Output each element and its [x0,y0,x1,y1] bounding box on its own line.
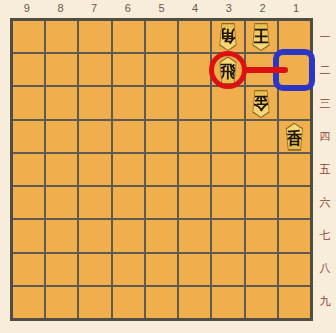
rank-label-3: 三 [316,87,334,120]
board-cell-8-5[interactable] [46,154,77,185]
board-cell-8-2[interactable] [46,54,77,85]
board-cell-3-3[interactable] [212,87,243,118]
rank-label-1: 一 [316,21,334,54]
board-cell-8-3[interactable] [46,87,77,118]
board-cell-4-8[interactable] [179,254,210,285]
board-cell-2-8[interactable] [246,254,277,285]
board-cell-7-8[interactable] [79,254,110,285]
board-cell-8-4[interactable] [46,121,77,152]
board-cell-9-3[interactable] [13,87,44,118]
piece-kanji: 香 [286,130,303,147]
board-cell-7-3[interactable] [79,87,110,118]
board-cell-9-5[interactable] [13,154,44,185]
rank-label-8: 八 [316,252,334,285]
board-cell-7-6[interactable] [79,187,110,218]
board-cell-5-8[interactable] [146,254,177,285]
board-cell-5-3[interactable] [146,87,177,118]
board-cell-3-4[interactable] [212,121,243,152]
board-cell-2-5[interactable] [246,154,277,185]
board-cell-1-3[interactable] [279,87,310,118]
board-cell-9-6[interactable] [13,187,44,218]
file-label-9: 9 [10,1,44,16]
board-cell-2-6[interactable] [246,187,277,218]
board-cell-7-4[interactable] [79,121,110,152]
board-cell-7-2[interactable] [79,54,110,85]
board-cell-9-9[interactable] [13,287,44,318]
board-cell-5-1[interactable] [146,21,177,52]
board-cell-4-2[interactable] [179,54,210,85]
board-cell-3-5[interactable] [212,154,243,185]
board-cell-4-4[interactable] [179,121,210,152]
board-cell-6-6[interactable] [113,187,144,218]
file-labels: 987654321 [10,1,313,16]
board-cell-2-9[interactable] [246,287,277,318]
board-cell-5-9[interactable] [146,287,177,318]
board-cell-5-5[interactable] [146,154,177,185]
rank-label-5: 五 [316,153,334,186]
board-cell-1-6[interactable] [279,187,310,218]
board-cell-5-2[interactable] [146,54,177,85]
board-cell-2-7[interactable] [246,220,277,251]
board-cell-8-9[interactable] [46,287,77,318]
board-cell-3-6[interactable] [212,187,243,218]
file-label-3: 3 [212,1,246,16]
board-cell-7-1[interactable] [79,21,110,52]
board-cell-4-5[interactable] [179,154,210,185]
rank-label-6: 六 [316,186,334,219]
board-cell-4-1[interactable] [179,21,210,52]
piece-kanji: 金 [253,94,270,111]
board-cell-1-1[interactable] [279,21,310,52]
file-label-8: 8 [44,1,78,16]
board-cell-3-8[interactable] [212,254,243,285]
board-cell-4-9[interactable] [179,287,210,318]
board-cell-1-8[interactable] [279,254,310,285]
file-label-7: 7 [77,1,111,16]
board-cell-8-6[interactable] [46,187,77,218]
board-cell-4-6[interactable] [179,187,210,218]
rank-label-2: 二 [316,54,334,87]
board-cell-4-7[interactable] [179,220,210,251]
board-cell-7-9[interactable] [79,287,110,318]
file-label-1: 1 [279,1,313,16]
rank-label-7: 七 [316,219,334,252]
board-cell-5-6[interactable] [146,187,177,218]
shogi-board [10,18,313,321]
board-cell-5-7[interactable] [146,220,177,251]
board-cell-6-1[interactable] [113,21,144,52]
board-cell-3-7[interactable] [212,220,243,251]
board-cell-6-5[interactable] [113,154,144,185]
board-cell-3-9[interactable] [212,287,243,318]
board-cell-6-9[interactable] [113,287,144,318]
board-cell-7-5[interactable] [79,154,110,185]
board-cell-6-8[interactable] [113,254,144,285]
red-move-line [244,67,288,73]
red-circle-annotation [209,51,247,89]
board-cell-4-3[interactable] [179,87,210,118]
board-cell-1-9[interactable] [279,287,310,318]
shogi-diagram: 987654321 一二三四五六七八九 角王飛金香 [0,0,336,333]
file-label-4: 4 [178,1,212,16]
rank-labels: 一二三四五六七八九 [316,21,334,318]
board-cell-9-2[interactable] [13,54,44,85]
board-cell-8-8[interactable] [46,254,77,285]
board-cell-6-7[interactable] [113,220,144,251]
board-cell-9-4[interactable] [13,121,44,152]
board-cell-5-4[interactable] [146,121,177,152]
board-cell-6-4[interactable] [113,121,144,152]
board-cell-1-5[interactable] [279,154,310,185]
board-cell-9-1[interactable] [13,21,44,52]
board-cell-9-7[interactable] [13,220,44,251]
file-label-6: 6 [111,1,145,16]
board-cell-8-1[interactable] [46,21,77,52]
board-cell-7-7[interactable] [79,220,110,251]
board-cell-2-4[interactable] [246,121,277,152]
board-cell-1-7[interactable] [279,220,310,251]
file-label-5: 5 [145,1,179,16]
piece-kanji: 王 [253,27,270,44]
rank-label-9: 九 [316,285,334,318]
board-cell-9-8[interactable] [13,254,44,285]
board-cell-8-7[interactable] [46,220,77,251]
rank-label-4: 四 [316,120,334,153]
file-label-2: 2 [246,1,280,16]
board-cell-6-3[interactable] [113,87,144,118]
piece-kanji: 角 [219,27,236,44]
board-cell-6-2[interactable] [113,54,144,85]
